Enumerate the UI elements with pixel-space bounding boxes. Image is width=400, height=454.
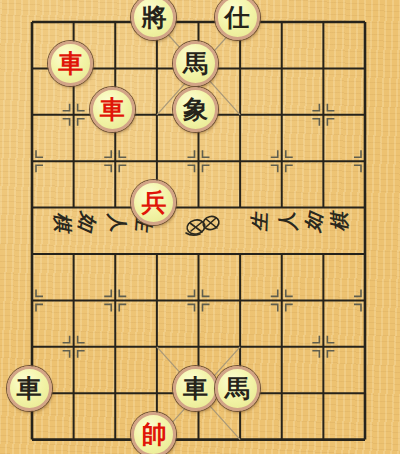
black-horse-2[interactable]: 馬 (215, 366, 260, 411)
black-horse-1[interactable]: 馬 (173, 41, 218, 86)
piece-glyph: 仕 (225, 5, 250, 30)
black-elephant[interactable]: 象 (173, 87, 218, 132)
black-chariot-2[interactable]: 車 (173, 366, 218, 411)
black-chariot-1[interactable]: 車 (7, 366, 52, 411)
piece-glyph: 馬 (183, 51, 208, 76)
red-chariot-2[interactable]: 車 (90, 87, 135, 132)
piece-glyph: 馬 (225, 376, 250, 401)
black-advisor[interactable]: 仕 (215, 0, 260, 40)
piece-glyph: 車 (17, 376, 42, 401)
black-general[interactable]: 將 (131, 0, 176, 40)
piece-glyph: 將 (141, 5, 166, 30)
piece-glyph: 車 (183, 376, 208, 401)
piece-glyph: 車 (58, 51, 83, 76)
piece-glyph: 帥 (141, 422, 166, 447)
piece-glyph: 車 (100, 97, 125, 122)
board-grid[interactable]: 將仕車馬車象兵車車馬帥 (11, 0, 386, 454)
piece-glyph: 象 (183, 97, 208, 122)
red-general[interactable]: 帥 (131, 412, 176, 454)
xiangqi-app: 棋如人生 生人如棋 將仕車馬車象兵車車馬帥 (0, 0, 400, 454)
piece-glyph: 兵 (141, 190, 166, 215)
red-chariot-1[interactable]: 車 (48, 41, 93, 86)
red-soldier[interactable]: 兵 (131, 180, 176, 225)
